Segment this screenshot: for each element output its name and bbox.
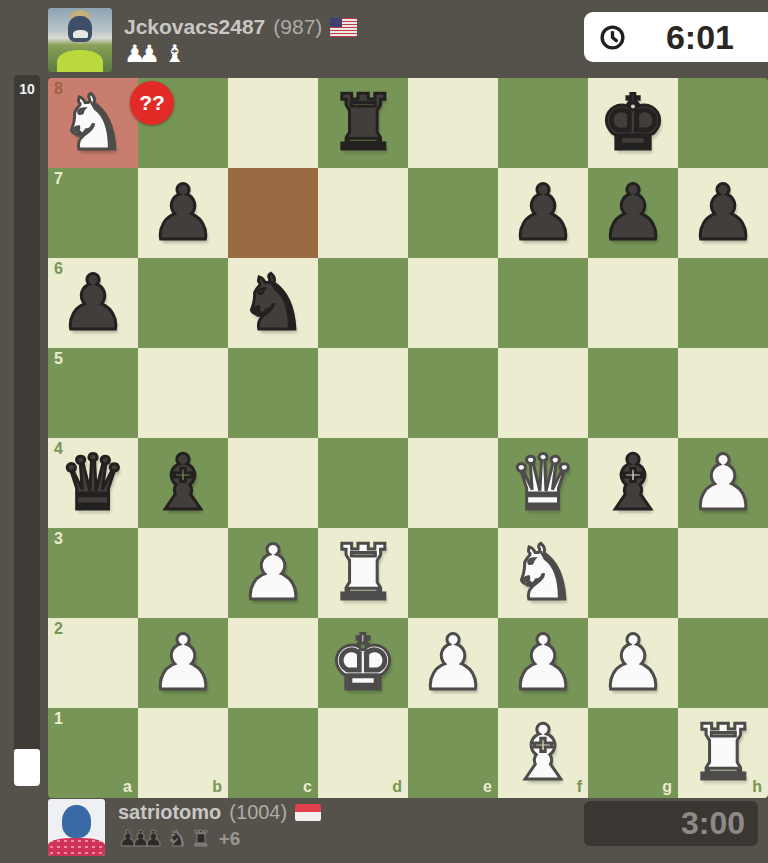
piece-black-knight: ♞ bbox=[228, 258, 318, 348]
square-d1[interactable]: d bbox=[318, 708, 408, 798]
captured-pawns: ♟♟♟ bbox=[118, 828, 163, 850]
piece-white-pawn: ♟ bbox=[498, 618, 588, 708]
square-d3[interactable]: ♜ bbox=[318, 528, 408, 618]
square-c5[interactable] bbox=[228, 348, 318, 438]
piece-white-pawn: ♟ bbox=[138, 618, 228, 708]
evaluation-bar: 10 bbox=[14, 75, 40, 786]
square-c3[interactable]: ♟ bbox=[228, 528, 318, 618]
square-g3[interactable] bbox=[588, 528, 678, 618]
chess-board: 8♞??♜♚7♟♟♟♟6♟♞54♛♝♛♝♟3♟♜♞2♟♚♟♟♟1abcdef♝g… bbox=[48, 78, 768, 798]
square-c8[interactable] bbox=[228, 78, 318, 168]
piece-white-pawn: ♟ bbox=[228, 528, 318, 618]
square-a6[interactable]: 6♟ bbox=[48, 258, 138, 348]
square-a5[interactable]: 5 bbox=[48, 348, 138, 438]
square-g7[interactable]: ♟ bbox=[588, 168, 678, 258]
rank-label-2: 2 bbox=[54, 621, 63, 637]
indonesia-flag-icon bbox=[295, 804, 321, 821]
piece-black-bishop: ♝ bbox=[588, 438, 678, 528]
square-e5[interactable] bbox=[408, 348, 498, 438]
top-player-info: Jckovacs2487 (987) bbox=[124, 15, 357, 39]
piece-white-pawn: ♟ bbox=[678, 438, 768, 528]
square-e8[interactable] bbox=[408, 78, 498, 168]
square-f5[interactable] bbox=[498, 348, 588, 438]
square-h6[interactable] bbox=[678, 258, 768, 348]
square-b3[interactable] bbox=[138, 528, 228, 618]
top-player-rating: (987) bbox=[273, 15, 322, 39]
rank-label-7: 7 bbox=[54, 171, 63, 187]
square-g4[interactable]: ♝ bbox=[588, 438, 678, 528]
square-e7[interactable] bbox=[408, 168, 498, 258]
square-e4[interactable] bbox=[408, 438, 498, 528]
square-h1[interactable]: h♜ bbox=[678, 708, 768, 798]
file-label-c: c bbox=[303, 779, 312, 795]
square-b2[interactable]: ♟ bbox=[138, 618, 228, 708]
square-h2[interactable] bbox=[678, 618, 768, 708]
bottom-player-captured-pieces: ♟♟♟♞♜+6 bbox=[118, 826, 240, 852]
square-g5[interactable] bbox=[588, 348, 678, 438]
piece-white-king: ♚ bbox=[318, 618, 408, 708]
file-label-g: g bbox=[662, 779, 672, 795]
file-label-f: f bbox=[577, 779, 582, 795]
square-h3[interactable] bbox=[678, 528, 768, 618]
file-label-a: a bbox=[123, 779, 132, 795]
piece-white-knight: ♞ bbox=[498, 528, 588, 618]
square-a1[interactable]: 1a bbox=[48, 708, 138, 798]
top-player-avatar[interactable] bbox=[48, 8, 112, 72]
piece-black-pawn: ♟ bbox=[678, 168, 768, 258]
square-h7[interactable]: ♟ bbox=[678, 168, 768, 258]
avatar-silhouette bbox=[62, 805, 91, 838]
avatar-silhouette bbox=[48, 838, 105, 856]
rank-label-3: 3 bbox=[54, 531, 63, 547]
piece-black-bishop: ♝ bbox=[138, 438, 228, 528]
square-b5[interactable] bbox=[138, 348, 228, 438]
bottom-player-clock: 3:00 bbox=[584, 801, 758, 846]
avatar-photo-detail bbox=[57, 50, 103, 72]
bottom-clock-time: 3:00 bbox=[681, 805, 758, 842]
square-a2[interactable]: 2 bbox=[48, 618, 138, 708]
captured-rook: ♜ bbox=[191, 828, 211, 850]
square-c4[interactable] bbox=[228, 438, 318, 528]
piece-black-pawn: ♟ bbox=[138, 168, 228, 258]
us-flag-icon bbox=[330, 18, 357, 37]
square-e2[interactable]: ♟ bbox=[408, 618, 498, 708]
square-h5[interactable] bbox=[678, 348, 768, 438]
blunder-badge: ?? bbox=[130, 81, 174, 125]
piece-white-pawn: ♟ bbox=[588, 618, 678, 708]
square-g6[interactable] bbox=[588, 258, 678, 348]
square-f6[interactable] bbox=[498, 258, 588, 348]
square-a8[interactable]: 8♞?? bbox=[48, 78, 138, 168]
piece-white-bishop: ♝ bbox=[498, 708, 588, 798]
square-c2[interactable] bbox=[228, 618, 318, 708]
file-label-h: h bbox=[752, 779, 762, 795]
square-h8[interactable] bbox=[678, 78, 768, 168]
square-d7[interactable] bbox=[318, 168, 408, 258]
rank-label-4: 4 bbox=[54, 441, 63, 457]
square-a7[interactable]: 7 bbox=[48, 168, 138, 258]
square-h4[interactable]: ♟ bbox=[678, 438, 768, 528]
square-b7[interactable]: ♟ bbox=[138, 168, 228, 258]
square-d4[interactable] bbox=[318, 438, 408, 528]
square-g2[interactable]: ♟ bbox=[588, 618, 678, 708]
evaluation-value: 10 bbox=[14, 81, 40, 97]
captured-pawns: ♟♟ bbox=[124, 42, 160, 66]
square-f2[interactable]: ♟ bbox=[498, 618, 588, 708]
bottom-player-avatar[interactable] bbox=[48, 799, 105, 856]
piece-black-rook: ♜ bbox=[318, 78, 408, 168]
top-clock-time: 6:01 bbox=[626, 18, 768, 57]
square-d2[interactable]: ♚ bbox=[318, 618, 408, 708]
square-e6[interactable] bbox=[408, 258, 498, 348]
file-label-e: e bbox=[483, 779, 492, 795]
square-d8[interactable]: ♜ bbox=[318, 78, 408, 168]
square-f7[interactable]: ♟ bbox=[498, 168, 588, 258]
square-d6[interactable] bbox=[318, 258, 408, 348]
square-d5[interactable] bbox=[318, 348, 408, 438]
piece-white-rook: ♜ bbox=[318, 528, 408, 618]
square-b6[interactable] bbox=[138, 258, 228, 348]
bottom-player-rating: (1004) bbox=[229, 801, 287, 824]
square-c6[interactable]: ♞ bbox=[228, 258, 318, 348]
piece-white-pawn: ♟ bbox=[408, 618, 498, 708]
material-advantage: +6 bbox=[219, 828, 241, 850]
square-e1[interactable]: e bbox=[408, 708, 498, 798]
avatar-photo-detail bbox=[73, 30, 88, 38]
captured-knight: ♞ bbox=[167, 828, 187, 850]
avatar-photo-detail bbox=[68, 16, 92, 42]
square-a4[interactable]: 4♛ bbox=[48, 438, 138, 528]
piece-black-king: ♚ bbox=[588, 78, 678, 168]
rank-label-1: 1 bbox=[54, 711, 63, 727]
square-g8[interactable]: ♚ bbox=[588, 78, 678, 168]
piece-black-pawn: ♟ bbox=[588, 168, 678, 258]
square-b4[interactable]: ♝ bbox=[138, 438, 228, 528]
bottom-player-name[interactable]: satriotomo bbox=[118, 801, 221, 824]
square-f8[interactable] bbox=[498, 78, 588, 168]
piece-white-queen: ♛ bbox=[498, 438, 588, 528]
square-f1[interactable]: f♝ bbox=[498, 708, 588, 798]
rank-label-5: 5 bbox=[54, 351, 63, 367]
rank-label-8: 8 bbox=[54, 81, 63, 97]
top-player-clock: 6:01 bbox=[584, 12, 768, 62]
bottom-player-info: satriotomo (1004) bbox=[118, 801, 321, 824]
square-f3[interactable]: ♞ bbox=[498, 528, 588, 618]
evaluation-bar-white-portion bbox=[14, 749, 40, 786]
file-label-d: d bbox=[392, 779, 402, 795]
square-e3[interactable] bbox=[408, 528, 498, 618]
square-c7[interactable] bbox=[228, 168, 318, 258]
square-f4[interactable]: ♛ bbox=[498, 438, 588, 528]
rank-label-6: 6 bbox=[54, 261, 63, 277]
square-c1[interactable]: c bbox=[228, 708, 318, 798]
clock-icon bbox=[599, 24, 626, 51]
captured-bishop: ♝ bbox=[164, 42, 186, 66]
top-player-name[interactable]: Jckovacs2487 bbox=[124, 15, 265, 39]
square-g1[interactable]: g bbox=[588, 708, 678, 798]
file-label-b: b bbox=[212, 779, 222, 795]
square-b1[interactable]: b bbox=[138, 708, 228, 798]
square-a3[interactable]: 3 bbox=[48, 528, 138, 618]
top-player-captured-pieces: ♟♟♝ bbox=[124, 40, 190, 68]
piece-black-pawn: ♟ bbox=[498, 168, 588, 258]
